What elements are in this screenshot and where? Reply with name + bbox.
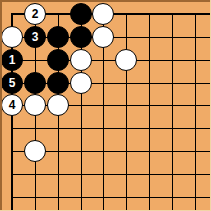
board-frame-right xyxy=(210,0,211,211)
stone-black xyxy=(47,49,69,71)
stone-black-move-3: 3 xyxy=(24,26,46,48)
grid-line-horizontal xyxy=(11,197,211,198)
grid-line-vertical xyxy=(149,13,150,211)
stone-black xyxy=(24,72,46,94)
stone-black xyxy=(70,26,92,48)
stone-white xyxy=(24,94,46,116)
stone-white xyxy=(47,94,69,116)
go-board: 23154 xyxy=(0,0,211,211)
stone-black xyxy=(47,72,69,94)
stone-white xyxy=(1,26,23,48)
stone-white-move-4: 4 xyxy=(1,94,23,116)
stone-white xyxy=(92,26,114,48)
stone-white xyxy=(70,72,92,94)
stone-white xyxy=(70,49,92,71)
stone-black-move-1: 1 xyxy=(1,49,23,71)
grid-line-vertical xyxy=(195,13,196,211)
grid-line-horizontal xyxy=(11,128,211,129)
stone-black-move-5: 5 xyxy=(1,72,23,94)
grid-line-vertical xyxy=(172,13,173,211)
grid-line-horizontal xyxy=(11,174,211,175)
stone-white-move-2: 2 xyxy=(24,3,46,25)
board-frame-top xyxy=(0,0,211,2)
grid-line-horizontal xyxy=(11,60,211,61)
stone-black xyxy=(47,26,69,48)
stone-white xyxy=(92,3,114,25)
stone-white xyxy=(24,140,46,162)
board-frame-bottom xyxy=(0,210,211,211)
grid-line-vertical xyxy=(126,13,127,211)
stone-white xyxy=(115,49,137,71)
stone-black xyxy=(70,3,92,25)
board-frame-left xyxy=(0,0,2,211)
